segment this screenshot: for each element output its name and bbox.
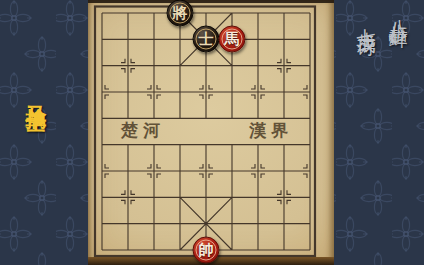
black-general[interactable]: 將 (167, 0, 194, 27)
right-caption-line2: 七步成诗 (354, 13, 380, 25)
xiangqi-app-screen: 马擒单士 八步赶蝉 七步成诗 楚河 漢界 將士馬帥 (0, 0, 424, 265)
right-caption-line1: 八步赶蝉 (386, 5, 412, 17)
red-general-glyph: 帥 (199, 242, 214, 257)
black-advisor-glyph: 士 (199, 32, 214, 47)
red-horse-glyph: 馬 (225, 32, 240, 47)
black-advisor[interactable]: 士 (193, 26, 220, 53)
red-general[interactable]: 帥 (193, 236, 220, 263)
puzzle-title: 马擒单士 (22, 89, 50, 97)
pieces-layer: 將士馬帥 (88, 0, 334, 265)
black-general-glyph: 將 (173, 6, 188, 21)
xiangqi-board[interactable]: 楚河 漢界 將士馬帥 (88, 0, 334, 265)
red-horse[interactable]: 馬 (219, 26, 246, 53)
